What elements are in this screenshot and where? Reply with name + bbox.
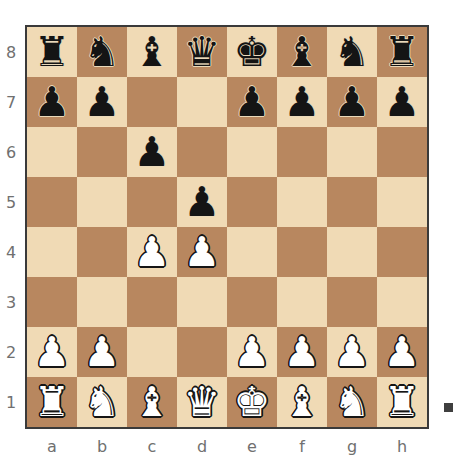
square-g7[interactable]: ♟: [327, 77, 377, 127]
square-c4[interactable]: ♟: [127, 227, 177, 277]
square-c8[interactable]: ♝: [127, 27, 177, 77]
square-g6[interactable]: [327, 127, 377, 177]
piece-black-pawn[interactable]: ♟: [134, 132, 171, 173]
file-label-h: h: [377, 431, 427, 461]
square-f1[interactable]: ♝: [277, 377, 327, 427]
square-h3[interactable]: [377, 277, 427, 327]
square-a1[interactable]: ♜: [27, 377, 77, 427]
piece-white-knight[interactable]: ♞: [334, 382, 371, 423]
piece-white-pawn[interactable]: ♟: [234, 332, 271, 373]
piece-black-knight[interactable]: ♞: [334, 32, 371, 73]
square-g5[interactable]: [327, 177, 377, 227]
chess-board-stage: 87654321 ♜♞♝♛♚♝♞♜♟♟♟♟♟♟♟♟♟♟♟♟♟♟♟♟♜♞♝♛♚♝♞…: [0, 0, 464, 464]
square-d1[interactable]: ♛: [177, 377, 227, 427]
square-h1[interactable]: ♜: [377, 377, 427, 427]
square-c1[interactable]: ♝: [127, 377, 177, 427]
piece-white-bishop[interactable]: ♝: [134, 382, 171, 423]
square-a7[interactable]: ♟: [27, 77, 77, 127]
square-d4[interactable]: ♟: [177, 227, 227, 277]
rank-label-1: 1: [0, 377, 22, 427]
square-e6[interactable]: [227, 127, 277, 177]
piece-white-bishop[interactable]: ♝: [284, 382, 321, 423]
square-b4[interactable]: [77, 227, 127, 277]
rank-label-5: 5: [0, 177, 22, 227]
square-e7[interactable]: ♟: [227, 77, 277, 127]
square-h7[interactable]: ♟: [377, 77, 427, 127]
square-f7[interactable]: ♟: [277, 77, 327, 127]
piece-white-pawn[interactable]: ♟: [184, 232, 221, 273]
square-c7[interactable]: [127, 77, 177, 127]
piece-white-pawn[interactable]: ♟: [384, 332, 421, 373]
file-label-c: c: [127, 431, 177, 461]
square-d6[interactable]: [177, 127, 227, 177]
rank-label-4: 4: [0, 227, 22, 277]
rank-label-2: 2: [0, 327, 22, 377]
square-e4[interactable]: [227, 227, 277, 277]
square-e5[interactable]: [227, 177, 277, 227]
piece-black-bishop[interactable]: ♝: [284, 32, 321, 73]
square-c3[interactable]: [127, 277, 177, 327]
square-d5[interactable]: ♟: [177, 177, 227, 227]
piece-white-queen[interactable]: ♛: [184, 382, 221, 423]
rank-label-7: 7: [0, 77, 22, 127]
piece-white-rook[interactable]: ♜: [384, 382, 421, 423]
square-g1[interactable]: ♞: [327, 377, 377, 427]
piece-black-knight[interactable]: ♞: [84, 32, 121, 73]
piece-black-pawn[interactable]: ♟: [34, 82, 71, 123]
square-h8[interactable]: ♜: [377, 27, 427, 77]
piece-white-pawn[interactable]: ♟: [84, 332, 121, 373]
square-d8[interactable]: ♛: [177, 27, 227, 77]
square-g8[interactable]: ♞: [327, 27, 377, 77]
square-g4[interactable]: [327, 227, 377, 277]
square-g2[interactable]: ♟: [327, 327, 377, 377]
square-b5[interactable]: [77, 177, 127, 227]
square-f5[interactable]: [277, 177, 327, 227]
piece-black-bishop[interactable]: ♝: [134, 32, 171, 73]
turn-indicator: [444, 403, 453, 412]
square-e2[interactable]: ♟: [227, 327, 277, 377]
square-c2[interactable]: [127, 327, 177, 377]
piece-black-pawn[interactable]: ♟: [284, 82, 321, 123]
piece-white-king[interactable]: ♚: [234, 382, 271, 423]
square-d2[interactable]: [177, 327, 227, 377]
piece-black-pawn[interactable]: ♟: [184, 182, 221, 223]
square-c6[interactable]: ♟: [127, 127, 177, 177]
square-a4[interactable]: [27, 227, 77, 277]
square-f8[interactable]: ♝: [277, 27, 327, 77]
square-a8[interactable]: ♜: [27, 27, 77, 77]
piece-white-pawn[interactable]: ♟: [34, 332, 71, 373]
piece-white-pawn[interactable]: ♟: [334, 332, 371, 373]
square-h6[interactable]: [377, 127, 427, 177]
square-b2[interactable]: ♟: [77, 327, 127, 377]
piece-black-rook[interactable]: ♜: [34, 32, 71, 73]
rank-label-3: 3: [0, 277, 22, 327]
piece-black-pawn[interactable]: ♟: [84, 82, 121, 123]
square-a6[interactable]: [27, 127, 77, 177]
piece-black-rook[interactable]: ♜: [384, 32, 421, 73]
square-h2[interactable]: ♟: [377, 327, 427, 377]
square-d3[interactable]: [177, 277, 227, 327]
file-label-g: g: [327, 431, 377, 461]
rank-label-6: 6: [0, 127, 22, 177]
square-h5[interactable]: [377, 177, 427, 227]
piece-white-knight[interactable]: ♞: [84, 382, 121, 423]
file-label-f: f: [277, 431, 327, 461]
piece-white-pawn[interactable]: ♟: [134, 232, 171, 273]
square-b8[interactable]: ♞: [77, 27, 127, 77]
piece-black-queen[interactable]: ♛: [184, 32, 221, 73]
square-e8[interactable]: ♚: [227, 27, 277, 77]
file-label-b: b: [77, 431, 127, 461]
square-c5[interactable]: [127, 177, 177, 227]
square-g3[interactable]: [327, 277, 377, 327]
piece-white-pawn[interactable]: ♟: [284, 332, 321, 373]
file-label-a: a: [27, 431, 77, 461]
square-e3[interactable]: [227, 277, 277, 327]
square-h4[interactable]: [377, 227, 427, 277]
square-a5[interactable]: [27, 177, 77, 227]
square-f3[interactable]: [277, 277, 327, 327]
square-e1[interactable]: ♚: [227, 377, 277, 427]
square-f2[interactable]: ♟: [277, 327, 327, 377]
file-label-d: d: [177, 431, 227, 461]
rank-label-8: 8: [0, 27, 22, 77]
file-labels: abcdefgh: [27, 431, 427, 461]
file-label-e: e: [227, 431, 277, 461]
piece-black-king[interactable]: ♚: [234, 32, 271, 73]
square-a3[interactable]: [27, 277, 77, 327]
chess-board: ♜♞♝♛♚♝♞♜♟♟♟♟♟♟♟♟♟♟♟♟♟♟♟♟♜♞♝♛♚♝♞♜: [25, 25, 429, 429]
rank-labels: 87654321: [0, 27, 25, 427]
square-a2[interactable]: ♟: [27, 327, 77, 377]
piece-white-rook[interactable]: ♜: [34, 382, 71, 423]
square-b1[interactable]: ♞: [77, 377, 127, 427]
square-f4[interactable]: [277, 227, 327, 277]
square-b7[interactable]: ♟: [77, 77, 127, 127]
piece-black-pawn[interactable]: ♟: [334, 82, 371, 123]
square-f6[interactable]: [277, 127, 327, 177]
square-b6[interactable]: [77, 127, 127, 177]
square-b3[interactable]: [77, 277, 127, 327]
piece-black-pawn[interactable]: ♟: [384, 82, 421, 123]
piece-black-pawn[interactable]: ♟: [234, 82, 271, 123]
square-d7[interactable]: [177, 77, 227, 127]
